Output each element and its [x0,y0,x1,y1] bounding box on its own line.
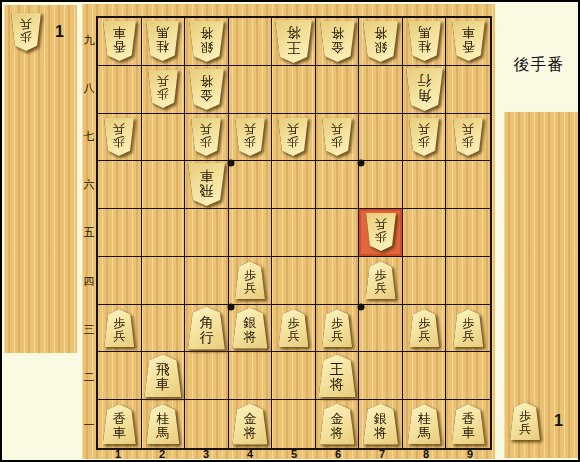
square-file6-rank九[interactable]: 金将 [316,18,360,66]
piece-sente-歩兵: 歩兵 [322,118,352,156]
piece-sente-歩兵: 歩兵 [191,118,221,156]
square-file8-rank二[interactable] [403,352,447,400]
piece-gote-歩兵: 歩兵 [235,261,265,299]
square-file1-rank七[interactable]: 歩兵 [98,114,142,162]
square-file6-rank八[interactable] [316,66,360,114]
rank-label-二: 二 [82,354,96,402]
star-point [227,160,234,167]
square-file9-rank五[interactable] [446,209,490,257]
star-point [227,303,234,310]
rank-label-七: 七 [82,112,96,160]
square-file2-rank七[interactable] [142,114,186,162]
square-file5-rank五[interactable] [272,209,316,257]
piece-sente-歩兵: 歩兵 [11,13,41,51]
square-file2-rank二[interactable]: 飛車 [142,352,186,400]
file-label-5: 5 [272,448,316,461]
square-file7-rank九[interactable]: 銀将 [359,18,403,66]
square-file4-rank九[interactable] [229,18,273,66]
square-file8-rank六[interactable] [403,161,447,209]
rank-label-八: 八 [82,64,96,112]
square-file9-rank九[interactable]: 香車 [446,18,490,66]
square-file1-rank一[interactable]: 香車 [98,400,142,448]
square-file2-rank六[interactable] [142,161,186,209]
square-file7-rank四[interactable]: 歩兵 [359,257,403,305]
piece-gote-歩兵: 歩兵 [510,402,540,440]
square-file1-rank六[interactable] [98,161,142,209]
piece-gote-桂馬: 桂馬 [408,404,441,444]
piece-gote-金将: 金将 [320,404,355,445]
piece-gote-銀将: 銀将 [363,404,398,445]
piece-sente-桂馬: 桂馬 [408,21,441,61]
square-file1-rank五[interactable] [98,209,142,257]
square-file2-rank八[interactable]: 歩兵 [142,66,186,114]
rank-label-一: 一 [82,402,96,450]
square-file4-rank三[interactable]: 銀将 [229,305,273,353]
square-file5-rank一[interactable] [272,400,316,448]
file-label-2: 2 [140,448,184,461]
piece-sente-歩兵: 歩兵 [453,118,483,156]
square-file9-rank一[interactable]: 香車 [446,400,490,448]
file-label-9: 9 [448,448,492,461]
piece-gote-歩兵: 歩兵 [409,309,439,347]
file-label-3: 3 [184,448,228,461]
shogi-board: 九八七六五四三二一 香車桂馬銀将王将金将銀将桂馬香車歩兵金将角行歩兵歩兵歩兵歩兵… [82,4,495,459]
file-labels: 123456789 [96,448,492,461]
square-file4-rank五[interactable] [229,209,273,257]
file-label-4: 4 [228,448,272,461]
square-file9-rank二[interactable] [446,352,490,400]
piece-gote-王将: 王将 [319,354,356,397]
square-file3-rank七[interactable]: 歩兵 [185,114,229,162]
square-file1-rank四[interactable] [98,257,142,305]
file-label-8: 8 [404,448,448,461]
piece-gote-歩兵: 歩兵 [104,309,134,347]
piece-gote-歩兵: 歩兵 [453,309,483,347]
sente-hand-歩兵[interactable]: 歩兵1 [11,13,64,51]
piece-sente-歩兵: 歩兵 [148,70,178,108]
square-file1-rank二[interactable] [98,352,142,400]
rank-label-三: 三 [82,305,96,353]
piece-sente-角行: 角行 [406,68,443,111]
square-file2-rank三[interactable] [142,305,186,353]
gote-hand-歩兵[interactable]: 歩兵1 [510,402,563,440]
rank-label-六: 六 [82,161,96,209]
square-file8-rank四[interactable] [403,257,447,305]
piece-sente-王将: 王将 [275,20,312,63]
square-file7-rank三[interactable] [359,305,403,353]
piece-sente-香車: 香車 [103,21,136,61]
gote-hand-count: 1 [554,412,563,430]
square-file9-rank三[interactable]: 歩兵 [446,305,490,353]
rank-label-九: 九 [82,16,96,64]
square-file6-rank一[interactable]: 金将 [316,400,360,448]
piece-sente-銀将: 銀将 [189,21,224,62]
rank-label-四: 四 [82,257,96,305]
square-file5-rank四[interactable] [272,257,316,305]
square-file1-rank九[interactable]: 香車 [98,18,142,66]
piece-gote-香車: 香車 [452,404,485,444]
square-file3-rank九[interactable]: 銀将 [185,18,229,66]
piece-sente-香車: 香車 [452,21,485,61]
square-file8-rank三[interactable]: 歩兵 [403,305,447,353]
square-file5-rank七[interactable]: 歩兵 [272,114,316,162]
turn-indicator: 後手番 [497,55,580,76]
square-file8-rank一[interactable]: 桂馬 [403,400,447,448]
piece-sente-歩兵: 歩兵 [278,118,308,156]
square-file4-rank二[interactable] [229,352,273,400]
piece-sente-歩兵: 歩兵 [104,118,134,156]
square-file5-rank八[interactable] [272,66,316,114]
square-file3-rank六[interactable]: 飛車 [185,161,229,209]
square-file3-rank四[interactable] [185,257,229,305]
square-file7-rank一[interactable]: 銀将 [359,400,403,448]
square-file4-rank七[interactable]: 歩兵 [229,114,273,162]
square-file3-rank三[interactable]: 角行 [185,305,229,353]
square-file5-rank二[interactable] [272,352,316,400]
rank-labels: 九八七六五四三二一 [82,16,96,450]
piece-sente-金将: 金将 [189,69,224,110]
file-label-1: 1 [96,448,140,461]
square-file7-rank七[interactable] [359,114,403,162]
shogi-app-window: 歩兵1 九八七六五四三二一 香車桂馬銀将王将金将銀将桂馬香車歩兵金将角行歩兵歩兵… [0,0,580,462]
square-file3-rank五[interactable] [185,209,229,257]
square-file2-rank九[interactable]: 桂馬 [142,18,186,66]
square-file9-rank八[interactable] [446,66,490,114]
square-file7-rank八[interactable] [359,66,403,114]
square-file9-rank四[interactable] [446,257,490,305]
square-file2-rank一[interactable]: 桂馬 [142,400,186,448]
square-file6-rank三[interactable]: 歩兵 [316,305,360,353]
square-file6-rank四[interactable] [316,257,360,305]
square-file4-rank一[interactable]: 金将 [229,400,273,448]
square-file7-rank六[interactable] [359,161,403,209]
star-point [358,303,365,310]
square-file5-rank三[interactable]: 歩兵 [272,305,316,353]
board-grid: 香車桂馬銀将王将金将銀将桂馬香車歩兵金将角行歩兵歩兵歩兵歩兵歩兵歩兵歩兵飛車歩兵… [96,16,492,450]
square-file1-rank三[interactable]: 歩兵 [98,305,142,353]
square-file2-rank四[interactable] [142,257,186,305]
square-file5-rank六[interactable] [272,161,316,209]
piece-gote-角行: 角行 [188,307,225,350]
square-file8-rank七[interactable]: 歩兵 [403,114,447,162]
square-file3-rank八[interactable]: 金将 [185,66,229,114]
square-file9-rank七[interactable]: 歩兵 [446,114,490,162]
square-file2-rank五[interactable] [142,209,186,257]
square-file8-rank五[interactable] [403,209,447,257]
piece-sente-桂馬: 桂馬 [146,21,179,61]
piece-gote-歩兵: 歩兵 [366,261,396,299]
square-file6-rank六[interactable] [316,161,360,209]
file-label-6: 6 [316,448,360,461]
square-file4-rank六[interactable] [229,161,273,209]
square-file6-rank七[interactable]: 歩兵 [316,114,360,162]
square-file3-rank一[interactable] [185,400,229,448]
piece-gote-歩兵: 歩兵 [322,309,352,347]
piece-sente-歩兵: 歩兵 [235,118,265,156]
file-label-7: 7 [360,448,404,461]
square-file3-rank二[interactable] [185,352,229,400]
square-file6-rank二[interactable]: 王将 [316,352,360,400]
piece-sente-歩兵: 歩兵 [409,118,439,156]
square-file1-rank八[interactable] [98,66,142,114]
square-file6-rank五[interactable] [316,209,360,257]
square-file8-rank九[interactable]: 桂馬 [403,18,447,66]
square-file7-rank五[interactable]: 歩兵 [359,209,403,257]
square-file4-rank八[interactable] [229,66,273,114]
piece-gote-桂馬: 桂馬 [146,404,179,444]
gote-hand-stand: 歩兵1 [504,112,578,458]
piece-gote-銀将: 銀将 [232,308,267,349]
piece-sente-銀将: 銀将 [363,21,398,62]
square-file5-rank九[interactable]: 王将 [272,18,316,66]
piece-gote-歩兵: 歩兵 [278,309,308,347]
piece-sente-歩兵: 歩兵 [366,213,396,251]
piece-gote-金将: 金将 [232,404,267,445]
square-file4-rank四[interactable]: 歩兵 [229,257,273,305]
piece-gote-飛車: 飛車 [144,354,181,397]
piece-sente-金将: 金将 [320,21,355,62]
square-file8-rank八[interactable]: 角行 [403,66,447,114]
sente-hand-stand: 歩兵1 [4,5,77,353]
piece-sente-飛車: 飛車 [188,163,225,206]
sente-hand-count: 1 [55,23,64,41]
square-file9-rank六[interactable] [446,161,490,209]
piece-gote-香車: 香車 [103,404,136,444]
rank-label-五: 五 [82,209,96,257]
square-file7-rank二[interactable] [359,352,403,400]
star-point [358,160,365,167]
